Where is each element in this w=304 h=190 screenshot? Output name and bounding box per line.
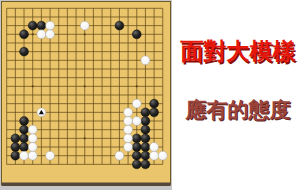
black-stone: [132, 160, 141, 169]
black-stone: [11, 151, 20, 160]
black-stone: [141, 117, 150, 126]
black-stone: [11, 143, 20, 152]
star-point: [84, 85, 86, 87]
black-stone: [20, 134, 29, 143]
white-stone: [28, 151, 37, 160]
white-stone: [115, 151, 124, 160]
black-stone: [11, 134, 20, 143]
white-stone: [132, 117, 141, 126]
white-stone: [20, 151, 29, 160]
black-stone: [20, 143, 29, 152]
white-stone: [124, 125, 133, 134]
white-stone: [132, 99, 141, 108]
white-stone: [46, 21, 55, 30]
black-stone: [28, 21, 37, 30]
white-stone: [80, 21, 89, 30]
star-point: [136, 85, 138, 87]
white-stone: [124, 117, 133, 126]
black-stone: [141, 143, 150, 152]
star-point: [84, 137, 86, 139]
black-stone: [141, 134, 150, 143]
white-stone: [124, 108, 133, 117]
go-board-svg: [0, 0, 172, 190]
white-stone: [150, 151, 159, 160]
white-stone: [124, 134, 133, 143]
black-stone: [141, 160, 150, 169]
black-stone: [20, 30, 29, 39]
black-stone: [150, 99, 159, 108]
board-edge-shadow: [2, 183, 171, 187]
go-board: [0, 0, 172, 190]
white-stone: [28, 125, 37, 134]
black-stone: [141, 151, 150, 160]
black-stone: [37, 21, 46, 30]
black-stone: [20, 125, 29, 134]
black-stone: [20, 117, 29, 126]
black-stone: [132, 134, 141, 143]
white-stone: [141, 56, 150, 65]
black-stone: [132, 151, 141, 160]
black-stone: [132, 30, 141, 39]
caption-panel: 面對大模樣 應有的態度: [172, 0, 304, 190]
black-stone: [20, 47, 29, 56]
white-stone: [158, 151, 167, 160]
star-point: [84, 33, 86, 35]
thumbnail: 面對大模樣 應有的態度: [0, 0, 304, 190]
black-stone: [132, 143, 141, 152]
black-stone: [150, 108, 159, 117]
white-stone: [28, 134, 37, 143]
white-stone: [37, 30, 46, 39]
black-stone: [141, 108, 150, 117]
white-stone: [28, 143, 37, 152]
black-stone: [141, 125, 150, 134]
white-stone: [150, 143, 159, 152]
star-point: [32, 85, 34, 87]
star-point: [32, 33, 34, 35]
caption-line-2: 應有的態度: [172, 99, 304, 120]
white-stone: [46, 151, 55, 160]
white-stone: [124, 143, 133, 152]
caption-line-1: 面對大模樣: [172, 40, 304, 63]
black-stone: [115, 21, 124, 30]
white-stone: [46, 30, 55, 39]
